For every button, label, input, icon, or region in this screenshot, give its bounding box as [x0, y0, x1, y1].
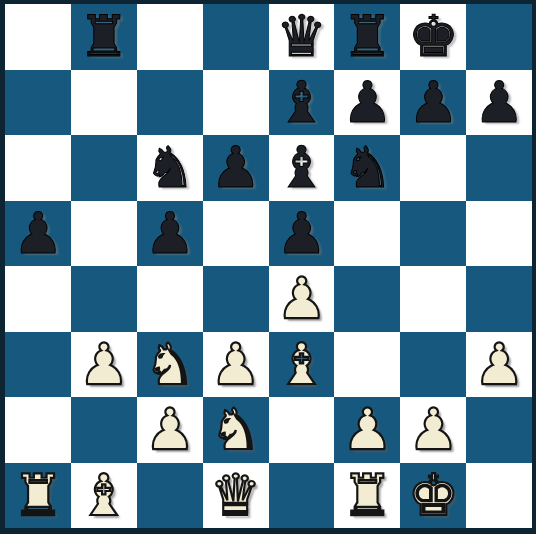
square-h6[interactable]	[466, 135, 532, 201]
square-e4[interactable]: ♟	[269, 266, 335, 332]
square-b1[interactable]: ♝	[71, 463, 137, 529]
square-e7[interactable]: ♝	[269, 70, 335, 136]
square-f1[interactable]: ♜	[334, 463, 400, 529]
white-king-piece: ♚	[408, 467, 459, 524]
square-a8[interactable]	[5, 4, 71, 70]
square-g4[interactable]	[400, 266, 466, 332]
square-g3[interactable]	[400, 332, 466, 398]
square-g1[interactable]: ♚	[400, 463, 466, 529]
square-a7[interactable]	[5, 70, 71, 136]
white-pawn-piece: ♟	[78, 336, 129, 393]
square-d6[interactable]: ♟	[203, 135, 269, 201]
white-knight-piece: ♞	[144, 336, 195, 393]
square-f5[interactable]	[334, 201, 400, 267]
square-g2[interactable]: ♟	[400, 397, 466, 463]
square-f7[interactable]: ♟	[334, 70, 400, 136]
black-bishop-piece: ♝	[276, 139, 327, 196]
square-h5[interactable]	[466, 201, 532, 267]
white-pawn-piece: ♟	[276, 270, 327, 327]
square-h2[interactable]	[466, 397, 532, 463]
square-h4[interactable]	[466, 266, 532, 332]
white-knight-piece: ♞	[210, 401, 261, 458]
square-d7[interactable]	[203, 70, 269, 136]
white-pawn-piece: ♟	[474, 336, 525, 393]
square-g8[interactable]: ♚	[400, 4, 466, 70]
black-queen-piece: ♛	[276, 8, 327, 65]
square-c3[interactable]: ♞	[137, 332, 203, 398]
square-e6[interactable]: ♝	[269, 135, 335, 201]
square-h3[interactable]: ♟	[466, 332, 532, 398]
black-bishop-piece: ♝	[276, 74, 327, 131]
square-a1[interactable]: ♜	[5, 463, 71, 529]
square-h8[interactable]	[466, 4, 532, 70]
black-rook-piece: ♜	[342, 8, 393, 65]
chess-board-frame: ♜♛♜♚♝♟♟♟♞♟♝♞♟♟♟♟♟♞♟♝♟♟♞♟♟♜♝♛♜♚	[0, 0, 536, 534]
square-g5[interactable]	[400, 201, 466, 267]
square-d5[interactable]	[203, 201, 269, 267]
square-f4[interactable]	[334, 266, 400, 332]
white-bishop-piece: ♝	[78, 467, 129, 524]
square-c2[interactable]: ♟	[137, 397, 203, 463]
square-g7[interactable]: ♟	[400, 70, 466, 136]
square-a3[interactable]	[5, 332, 71, 398]
square-f8[interactable]: ♜	[334, 4, 400, 70]
square-e1[interactable]	[269, 463, 335, 529]
square-d4[interactable]	[203, 266, 269, 332]
square-b4[interactable]	[71, 266, 137, 332]
square-f6[interactable]: ♞	[334, 135, 400, 201]
square-b8[interactable]: ♜	[71, 4, 137, 70]
square-c1[interactable]	[137, 463, 203, 529]
white-bishop-piece: ♝	[276, 336, 327, 393]
black-pawn-piece: ♟	[12, 205, 63, 262]
square-f3[interactable]	[334, 332, 400, 398]
white-rook-piece: ♜	[342, 467, 393, 524]
square-d1[interactable]: ♛	[203, 463, 269, 529]
square-e3[interactable]: ♝	[269, 332, 335, 398]
square-h1[interactable]	[466, 463, 532, 529]
square-g6[interactable]	[400, 135, 466, 201]
square-a6[interactable]	[5, 135, 71, 201]
square-a5[interactable]: ♟	[5, 201, 71, 267]
square-e2[interactable]	[269, 397, 335, 463]
black-pawn-piece: ♟	[408, 74, 459, 131]
black-knight-piece: ♞	[144, 139, 195, 196]
white-pawn-piece: ♟	[342, 401, 393, 458]
black-pawn-piece: ♟	[342, 74, 393, 131]
square-a4[interactable]	[5, 266, 71, 332]
black-king-piece: ♚	[408, 8, 459, 65]
square-c8[interactable]	[137, 4, 203, 70]
black-rook-piece: ♜	[78, 8, 129, 65]
black-pawn-piece: ♟	[144, 205, 195, 262]
white-pawn-piece: ♟	[144, 401, 195, 458]
square-d3[interactable]: ♟	[203, 332, 269, 398]
square-c4[interactable]	[137, 266, 203, 332]
square-b5[interactable]	[71, 201, 137, 267]
white-rook-piece: ♜	[12, 467, 63, 524]
black-pawn-piece: ♟	[210, 139, 261, 196]
square-b2[interactable]	[71, 397, 137, 463]
black-pawn-piece: ♟	[474, 74, 525, 131]
white-queen-piece: ♛	[210, 467, 261, 524]
square-b6[interactable]	[71, 135, 137, 201]
chess-board: ♜♛♜♚♝♟♟♟♞♟♝♞♟♟♟♟♟♞♟♝♟♟♞♟♟♜♝♛♜♚	[5, 4, 532, 528]
square-b3[interactable]: ♟	[71, 332, 137, 398]
square-b7[interactable]	[71, 70, 137, 136]
black-knight-piece: ♞	[342, 139, 393, 196]
white-pawn-piece: ♟	[210, 336, 261, 393]
square-a2[interactable]	[5, 397, 71, 463]
square-e8[interactable]: ♛	[269, 4, 335, 70]
square-f2[interactable]: ♟	[334, 397, 400, 463]
white-pawn-piece: ♟	[408, 401, 459, 458]
black-pawn-piece: ♟	[276, 205, 327, 262]
square-e5[interactable]: ♟	[269, 201, 335, 267]
square-d2[interactable]: ♞	[203, 397, 269, 463]
square-c7[interactable]	[137, 70, 203, 136]
square-c5[interactable]: ♟	[137, 201, 203, 267]
square-h7[interactable]: ♟	[466, 70, 532, 136]
square-c6[interactable]: ♞	[137, 135, 203, 201]
square-d8[interactable]	[203, 4, 269, 70]
